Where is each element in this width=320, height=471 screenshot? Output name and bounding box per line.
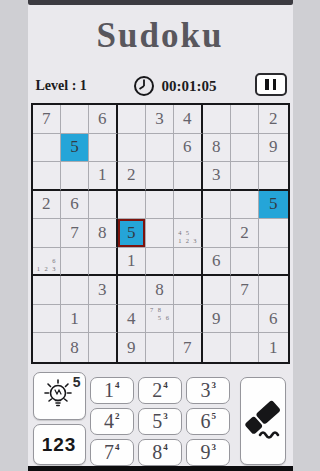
- pause-button[interactable]: [255, 73, 287, 96]
- cell-value: 4: [127, 309, 136, 329]
- cell-r4c1[interactable]: 2: [33, 191, 61, 220]
- cell-r8c1[interactable]: [33, 305, 61, 334]
- cell-r2c4[interactable]: [118, 134, 146, 163]
- cell-r7c5[interactable]: 8: [146, 276, 174, 305]
- cell-r3c3[interactable]: 1: [89, 162, 117, 191]
- cell-value: 8: [212, 137, 221, 157]
- cell-r4c4[interactable]: [118, 191, 146, 220]
- cell-r2c8[interactable]: [231, 134, 259, 163]
- cell-r1c8[interactable]: [231, 105, 259, 134]
- cell-value: 6: [98, 109, 107, 129]
- digit-count: 3: [163, 411, 168, 421]
- elapsed-time: 00:01:05: [162, 78, 217, 95]
- cell-r9c8[interactable]: [231, 333, 259, 362]
- cell-r6c9[interactable]: [259, 248, 287, 277]
- cell-r9c2[interactable]: 8: [61, 333, 89, 362]
- cell-value: 1: [127, 251, 136, 271]
- pause-icon: [273, 79, 277, 90]
- cell-r2c1[interactable]: [33, 134, 61, 163]
- cell-r4c7[interactable]: [203, 191, 231, 220]
- cell-value: 3: [212, 165, 221, 185]
- cell-r6c2[interactable]: [61, 248, 89, 277]
- level-label: Level : 1: [36, 78, 87, 94]
- cell-r7c4[interactable]: [118, 276, 146, 305]
- cell-r8c5[interactable]: 5678: [146, 305, 174, 334]
- cell-r5c5[interactable]: [146, 219, 174, 248]
- cell-value: 4: [183, 109, 192, 129]
- cell-r7c1[interactable]: [33, 276, 61, 305]
- cell-r4c8[interactable]: [231, 191, 259, 220]
- sudoku-app: Sudoku Level : 1 00:01:05 76342568912326…: [28, 0, 293, 471]
- top-bar: [28, 0, 293, 5]
- eraser-button[interactable]: [240, 377, 286, 465]
- cell-value: 1: [70, 309, 79, 329]
- numpad-button-8[interactable]: 84: [138, 439, 182, 466]
- cell-r8c8[interactable]: [231, 305, 259, 334]
- cell-r7c2[interactable]: [61, 276, 89, 305]
- cell-r5c6[interactable]: 12345: [174, 219, 202, 248]
- cell-r2c5[interactable]: [146, 134, 174, 163]
- hint-count-badge: 5: [73, 374, 81, 390]
- cell-r3c9[interactable]: [259, 162, 287, 191]
- cell-r6c1[interactable]: 1236: [33, 248, 61, 277]
- eraser-icon: [243, 395, 283, 447]
- cell-r7c8[interactable]: 7: [231, 276, 259, 305]
- cell-r1c6[interactable]: 4: [174, 105, 202, 134]
- cell-value: 6: [183, 137, 192, 157]
- digit-count: 4: [115, 380, 120, 390]
- cell-r8c2[interactable]: 1: [61, 305, 89, 334]
- cell-value: 9: [127, 338, 136, 358]
- cell-value: 2: [42, 194, 51, 214]
- cell-r5c1[interactable]: [33, 219, 61, 248]
- pencil-marks: 1236: [33, 248, 60, 275]
- cell-value: 6: [212, 251, 221, 271]
- cell-r1c1[interactable]: 7: [33, 105, 61, 134]
- cell-r2c6[interactable]: 6: [174, 134, 202, 163]
- pencil-marks: 5678: [146, 305, 173, 333]
- digit-count: 5: [212, 411, 217, 421]
- cell-value: 3: [98, 280, 107, 300]
- cell-r2c7[interactable]: 8: [203, 134, 231, 163]
- cell-r1c2[interactable]: [61, 105, 89, 134]
- cell-r3c7[interactable]: 3: [203, 162, 231, 191]
- cell-r7c9[interactable]: [259, 276, 287, 305]
- cell-r5c8[interactable]: 2: [231, 219, 259, 248]
- cell-r9c9[interactable]: 1: [259, 333, 287, 362]
- cell-value: 6: [70, 194, 79, 214]
- cell-value: 9: [212, 309, 221, 329]
- cell-r3c8[interactable]: [231, 162, 259, 191]
- timer: 00:01:05: [133, 72, 217, 100]
- cell-r6c7[interactable]: 6: [203, 248, 231, 277]
- cell-r9c6[interactable]: 7: [174, 333, 202, 362]
- cell-value: 7: [240, 280, 249, 300]
- digit-count: 3: [212, 380, 217, 390]
- cell-r9c7[interactable]: [203, 333, 231, 362]
- cell-r4c2[interactable]: 6: [61, 191, 89, 220]
- lightbulb-icon: [41, 377, 77, 415]
- number-pad: 14 24 33 42 53 65 74 84 93: [90, 377, 231, 465]
- cell-r8c9[interactable]: 6: [259, 305, 287, 334]
- numpad-button-6[interactable]: 65: [186, 408, 230, 435]
- cell-r3c6[interactable]: [174, 162, 202, 191]
- cell-value: 6: [269, 309, 278, 329]
- cell-r9c5[interactable]: [146, 333, 174, 362]
- pencil-marks: 12345: [174, 219, 200, 247]
- cell-r4c5[interactable]: [146, 191, 174, 220]
- digit-count: 2: [115, 411, 120, 421]
- numpad-button-7[interactable]: 74: [90, 439, 134, 466]
- cell-value: 2: [269, 109, 278, 129]
- digit-count: 4: [163, 380, 168, 390]
- cell-value: 1: [269, 338, 278, 358]
- cell-r5c9[interactable]: [259, 219, 287, 248]
- clock-icon: [133, 75, 155, 97]
- cell-r1c5[interactable]: 3: [146, 105, 174, 134]
- cell-value: 5: [127, 223, 136, 243]
- cell-r2c3[interactable]: [89, 134, 117, 163]
- cell-value: 5: [269, 194, 278, 214]
- cell-r5c3[interactable]: 8: [89, 219, 117, 248]
- cell-r9c3[interactable]: [89, 333, 117, 362]
- cell-value: 7: [183, 338, 192, 358]
- cell-value: 5: [70, 137, 79, 157]
- sudoku-board: 7634256891232657851234521236163871456789…: [31, 103, 290, 364]
- cell-r4c3[interactable]: [89, 191, 117, 220]
- digit-count: 4: [163, 442, 168, 452]
- hint-button[interactable]: 5: [33, 372, 86, 420]
- digit-count: 3: [212, 442, 217, 452]
- header: Level : 1 00:01:05: [28, 72, 293, 100]
- digit-count: 4: [115, 442, 120, 452]
- cell-value: 9: [269, 137, 278, 157]
- cell-r6c6[interactable]: [174, 248, 202, 277]
- numpad-button-5[interactable]: 53: [138, 408, 182, 435]
- cell-value: 7: [70, 223, 79, 243]
- cell-r5c7[interactable]: [203, 219, 231, 248]
- cell-value: 7: [42, 109, 51, 129]
- cell-value: 8: [98, 223, 107, 243]
- cell-r3c5[interactable]: [146, 162, 174, 191]
- cell-r9c1[interactable]: [33, 333, 61, 362]
- cell-r8c4[interactable]: 4: [118, 305, 146, 334]
- numpad-button-4[interactable]: 42: [90, 408, 134, 435]
- pause-icon: [265, 79, 269, 90]
- numpad-button-9[interactable]: 93: [186, 439, 230, 466]
- cell-r6c3[interactable]: [89, 248, 117, 277]
- numpad-button-2[interactable]: 24: [138, 377, 182, 404]
- cell-r6c4[interactable]: 1: [118, 248, 146, 277]
- cell-r5c2[interactable]: 7: [61, 219, 89, 248]
- cell-r6c8[interactable]: [231, 248, 259, 277]
- cell-r6c5[interactable]: [146, 248, 174, 277]
- cell-r8c7[interactable]: 9: [203, 305, 231, 334]
- cell-r7c6[interactable]: [174, 276, 202, 305]
- notes-toggle-button[interactable]: 123: [33, 424, 86, 465]
- cell-r8c3[interactable]: [89, 305, 117, 334]
- cell-r3c4[interactable]: 2: [118, 162, 146, 191]
- numpad-button-3[interactable]: 33: [186, 377, 230, 404]
- cell-r2c2[interactable]: 5: [61, 134, 89, 163]
- cell-r1c9[interactable]: 2: [259, 105, 287, 134]
- bottom-bar: [28, 466, 293, 471]
- cell-r2c9[interactable]: 9: [259, 134, 287, 163]
- cell-value: 8: [155, 280, 164, 300]
- cell-r1c7[interactable]: [203, 105, 231, 134]
- cell-r1c4[interactable]: [118, 105, 146, 134]
- cell-value: 2: [127, 165, 136, 185]
- cell-value: 2: [240, 223, 249, 243]
- cell-value: 8: [70, 338, 79, 358]
- cell-r8c6[interactable]: [174, 305, 202, 334]
- cell-r5c4[interactable]: 5: [118, 219, 146, 248]
- cell-r4c6[interactable]: [174, 191, 202, 220]
- cell-r3c1[interactable]: [33, 162, 61, 191]
- cell-r7c3[interactable]: 3: [89, 276, 117, 305]
- app-title: Sudoku: [28, 16, 293, 56]
- cell-r1c3[interactable]: 6: [89, 105, 117, 134]
- cell-value: 1: [98, 165, 107, 185]
- numpad-button-1[interactable]: 14: [90, 377, 134, 404]
- cell-r7c7[interactable]: [203, 276, 231, 305]
- cell-r9c4[interactable]: 9: [118, 333, 146, 362]
- cell-value: 3: [155, 109, 164, 129]
- cell-r3c2[interactable]: [61, 162, 89, 191]
- cell-r4c9[interactable]: 5: [259, 191, 287, 220]
